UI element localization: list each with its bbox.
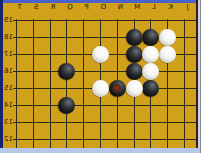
- grid-vline-S: [33, 19, 34, 148]
- stone-black-M18[interactable]: [126, 29, 143, 46]
- col-label-P: P: [81, 2, 93, 12]
- col-label-S: S: [30, 2, 42, 12]
- last-move-marker: [112, 83, 122, 93]
- grid-vline-T: [16, 19, 17, 148]
- row-label-18: 18: [3, 33, 14, 42]
- window-edge-dark: [196, 0, 199, 148]
- col-label-Q: Q: [64, 2, 76, 12]
- stone-white-K18[interactable]: [159, 29, 176, 46]
- grid-hline-19: [13, 20, 196, 21]
- stone-black-N15[interactable]: [109, 80, 126, 97]
- col-label-R: R: [47, 2, 59, 12]
- row-label-19: 19: [3, 16, 14, 25]
- grid-hline-12: [13, 139, 196, 140]
- grid-hline-16: [13, 71, 196, 72]
- stone-white-O15[interactable]: [92, 80, 109, 97]
- row-label-17: 17: [3, 50, 14, 59]
- col-label-L: L: [148, 2, 160, 12]
- grid-vline-Q: [66, 19, 67, 148]
- stone-white-L17[interactable]: [142, 46, 159, 63]
- grid-vline-P: [83, 19, 84, 148]
- stone-black-M17[interactable]: [126, 46, 143, 63]
- go-app-window: JKLMNOPQRST1918171615141312: [0, 0, 200, 153]
- col-label-K: K: [165, 2, 177, 12]
- go-board[interactable]: JKLMNOPQRST1918171615141312: [0, 0, 200, 153]
- col-label-O: O: [98, 2, 110, 12]
- window-edge-navy: [0, 0, 3, 153]
- stone-black-Q16[interactable]: [58, 63, 75, 80]
- stone-white-K17[interactable]: [159, 46, 176, 63]
- stone-black-L18[interactable]: [142, 29, 159, 46]
- grid-hline-14: [13, 105, 196, 106]
- stone-black-Q14[interactable]: [58, 97, 75, 114]
- col-label-T: T: [14, 2, 26, 12]
- row-label-14: 14: [3, 101, 14, 110]
- col-label-J: J: [182, 2, 194, 12]
- row-label-13: 13: [3, 118, 14, 127]
- stone-white-O17[interactable]: [92, 46, 109, 63]
- grid-hline-13: [13, 122, 196, 123]
- stone-black-M16[interactable]: [126, 63, 143, 80]
- bottom-status-strip: [0, 148, 200, 153]
- col-label-M: M: [131, 2, 143, 12]
- stone-black-L15[interactable]: [142, 80, 159, 97]
- row-label-16: 16: [3, 67, 14, 76]
- mirrored-view: JKLMNOPQRST1918171615141312: [0, 0, 200, 153]
- stone-white-M15[interactable]: [126, 80, 143, 97]
- row-label-15: 15: [3, 84, 14, 93]
- grid-vline-J: [184, 19, 185, 148]
- row-label-12: 12: [3, 135, 14, 144]
- stone-white-L16[interactable]: [142, 63, 159, 80]
- window-edge-light: [199, 0, 201, 153]
- grid-vline-R: [50, 19, 51, 148]
- col-label-N: N: [114, 2, 126, 12]
